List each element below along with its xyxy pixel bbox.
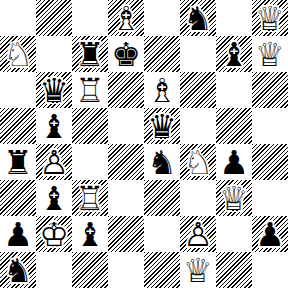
piece-glyph: ♕ (252, 36, 288, 72)
square-b1[interactable] (36, 252, 72, 288)
square-b3[interactable]: ♝♝ (36, 180, 72, 216)
piece-white-bishop-icon[interactable]: ♝♗ (144, 72, 180, 108)
piece-glyph: ♝ (36, 180, 72, 216)
piece-glyph: ♕ (216, 180, 252, 216)
square-h4[interactable] (252, 144, 288, 180)
square-b2[interactable]: ♚♔ (36, 216, 72, 252)
square-f3[interactable] (180, 180, 216, 216)
square-c4[interactable] (72, 144, 108, 180)
square-g4[interactable]: ♟♟ (216, 144, 252, 180)
square-b4[interactable]: ♟♙ (36, 144, 72, 180)
square-a4[interactable]: ♜♜ (0, 144, 36, 180)
square-f4[interactable]: ♞♘ (180, 144, 216, 180)
piece-glyph: ♕ (252, 0, 288, 36)
square-d3[interactable] (108, 180, 144, 216)
square-d6[interactable] (108, 72, 144, 108)
square-b6[interactable]: ♛♛ (36, 72, 72, 108)
square-d1[interactable] (108, 252, 144, 288)
square-a3[interactable] (0, 180, 36, 216)
piece-black-bishop-icon[interactable]: ♝♝ (216, 36, 252, 72)
square-c3[interactable]: ♜♖ (72, 180, 108, 216)
piece-white-king-icon[interactable]: ♚♔ (36, 216, 72, 252)
square-g6[interactable] (216, 72, 252, 108)
piece-white-queen-icon[interactable]: ♛♕ (216, 180, 252, 216)
piece-black-bishop-icon[interactable]: ♝♝ (72, 216, 108, 252)
piece-white-knight-icon[interactable]: ♞♘ (180, 144, 216, 180)
piece-glyph: ♘ (0, 36, 36, 72)
piece-black-queen-icon[interactable]: ♛♛ (36, 72, 72, 108)
piece-black-rook-icon[interactable]: ♜♜ (0, 144, 36, 180)
piece-glyph: ♞ (180, 0, 216, 36)
square-d4[interactable] (108, 144, 144, 180)
square-g8[interactable] (216, 0, 252, 36)
square-g5[interactable] (216, 108, 252, 144)
piece-glyph: ♕ (180, 252, 216, 288)
square-d8[interactable]: ♝♗ (108, 0, 144, 36)
square-f5[interactable] (180, 108, 216, 144)
square-e2[interactable] (144, 216, 180, 252)
piece-black-rook-icon[interactable]: ♜♜ (72, 36, 108, 72)
piece-black-knight-icon[interactable]: ♞♞ (180, 0, 216, 36)
square-h2[interactable]: ♟♟ (252, 216, 288, 252)
piece-glyph: ♟ (252, 216, 288, 252)
square-a5[interactable] (0, 108, 36, 144)
piece-black-pawn-icon[interactable]: ♟♟ (216, 144, 252, 180)
square-f1[interactable]: ♛♕ (180, 252, 216, 288)
square-d7[interactable]: ♚♚ (108, 36, 144, 72)
square-h1[interactable] (252, 252, 288, 288)
square-c7[interactable]: ♜♜ (72, 36, 108, 72)
piece-glyph: ♗ (144, 72, 180, 108)
piece-glyph: ♝ (72, 216, 108, 252)
square-f6[interactable] (180, 72, 216, 108)
piece-glyph: ♜ (72, 36, 108, 72)
piece-glyph: ♟ (0, 216, 36, 252)
square-h5[interactable] (252, 108, 288, 144)
square-a6[interactable] (0, 72, 36, 108)
square-a1[interactable]: ♞♞ (0, 252, 36, 288)
square-e6[interactable]: ♝♗ (144, 72, 180, 108)
chess-board: ♝♗♞♞♛♕♞♘♜♜♚♚♝♝♛♕♛♛♜♖♝♗♝♝♛♛♜♜♟♙♞♞♞♘♟♟♝♝♜♖… (0, 0, 288, 288)
piece-glyph: ♙ (36, 144, 72, 180)
piece-glyph: ♚ (108, 36, 144, 72)
square-h6[interactable] (252, 72, 288, 108)
piece-white-queen-icon[interactable]: ♛♕ (180, 252, 216, 288)
square-b7[interactable] (36, 36, 72, 72)
piece-glyph: ♖ (72, 72, 108, 108)
square-f7[interactable] (180, 36, 216, 72)
square-g7[interactable]: ♝♝ (216, 36, 252, 72)
square-h3[interactable] (252, 180, 288, 216)
square-c8[interactable] (72, 0, 108, 36)
piece-glyph: ♙ (180, 216, 216, 252)
square-d5[interactable] (108, 108, 144, 144)
square-e7[interactable] (144, 36, 180, 72)
piece-white-pawn-icon[interactable]: ♟♙ (180, 216, 216, 252)
piece-black-bishop-icon[interactable]: ♝♝ (36, 180, 72, 216)
piece-black-king-icon[interactable]: ♚♚ (108, 36, 144, 72)
piece-white-bishop-icon[interactable]: ♝♗ (108, 0, 144, 36)
piece-white-queen-icon[interactable]: ♛♕ (252, 0, 288, 36)
square-d2[interactable] (108, 216, 144, 252)
piece-white-rook-icon[interactable]: ♜♖ (72, 72, 108, 108)
square-h8[interactable]: ♛♕ (252, 0, 288, 36)
square-g3[interactable]: ♛♕ (216, 180, 252, 216)
piece-black-queen-icon[interactable]: ♛♛ (144, 108, 180, 144)
piece-black-pawn-icon[interactable]: ♟♟ (252, 216, 288, 252)
square-e8[interactable] (144, 0, 180, 36)
square-a8[interactable] (0, 0, 36, 36)
square-a2[interactable]: ♟♟ (0, 216, 36, 252)
piece-glyph: ♟ (216, 144, 252, 180)
piece-glyph: ♛ (36, 72, 72, 108)
square-b8[interactable] (36, 0, 72, 36)
piece-glyph: ♞ (0, 252, 36, 288)
piece-glyph: ♛ (144, 108, 180, 144)
piece-black-knight-icon[interactable]: ♞♞ (0, 252, 36, 288)
piece-glyph: ♖ (72, 180, 108, 216)
piece-glyph: ♔ (36, 216, 72, 252)
square-g2[interactable] (216, 216, 252, 252)
square-c6[interactable]: ♜♖ (72, 72, 108, 108)
square-g1[interactable] (216, 252, 252, 288)
square-h7[interactable]: ♛♕ (252, 36, 288, 72)
square-c1[interactable] (72, 252, 108, 288)
square-e5[interactable]: ♛♛ (144, 108, 180, 144)
piece-black-bishop-icon[interactable]: ♝♝ (36, 108, 72, 144)
square-a7[interactable]: ♞♘ (0, 36, 36, 72)
piece-white-queen-icon[interactable]: ♛♕ (252, 36, 288, 72)
piece-white-rook-icon[interactable]: ♜♖ (72, 180, 108, 216)
square-c5[interactable] (72, 108, 108, 144)
piece-black-pawn-icon[interactable]: ♟♟ (0, 216, 36, 252)
square-e1[interactable] (144, 252, 180, 288)
piece-glyph: ♘ (180, 144, 216, 180)
square-e4[interactable]: ♞♞ (144, 144, 180, 180)
piece-white-pawn-icon[interactable]: ♟♙ (36, 144, 72, 180)
piece-black-knight-icon[interactable]: ♞♞ (144, 144, 180, 180)
piece-white-knight-icon[interactable]: ♞♘ (0, 36, 36, 72)
square-b5[interactable]: ♝♝ (36, 108, 72, 144)
piece-glyph: ♜ (0, 144, 36, 180)
piece-glyph: ♝ (216, 36, 252, 72)
square-e3[interactable] (144, 180, 180, 216)
piece-glyph: ♗ (108, 0, 144, 36)
square-c2[interactable]: ♝♝ (72, 216, 108, 252)
square-f8[interactable]: ♞♞ (180, 0, 216, 36)
piece-glyph: ♝ (36, 108, 72, 144)
piece-glyph: ♞ (144, 144, 180, 180)
square-f2[interactable]: ♟♙ (180, 216, 216, 252)
